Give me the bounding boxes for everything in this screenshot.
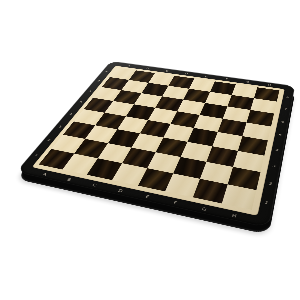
coordinate-label: 4 xyxy=(270,141,284,158)
chessboard: ABCDEFGH ABCDEFGH 87654321 87654321 xyxy=(16,61,295,228)
coordinate-label: 3 xyxy=(267,157,281,176)
product-photo: ABCDEFGH ABCDEFGH 87654321 87654321 xyxy=(0,0,300,300)
coordinate-label: 2 xyxy=(263,173,278,193)
